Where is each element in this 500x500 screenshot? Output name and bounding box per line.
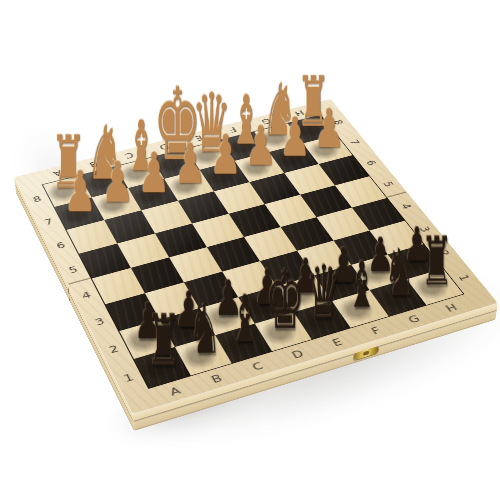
rook-glyph: ♜ [136, 312, 191, 370]
chess-set-photo: AABBCCDDEEFFGGHH1122334455667788 ♜♞♝♚♛♝♞… [0, 0, 500, 500]
perspective-stage: AABBCCDDEEFFGGHH1122334455667788 ♜♞♝♚♛♝♞… [0, 0, 500, 500]
brass-latch-icon [353, 346, 379, 361]
chess-board: AABBCCDDEEFFGGHH1122334455667788 ♜♞♝♚♛♝♞… [14, 99, 498, 414]
